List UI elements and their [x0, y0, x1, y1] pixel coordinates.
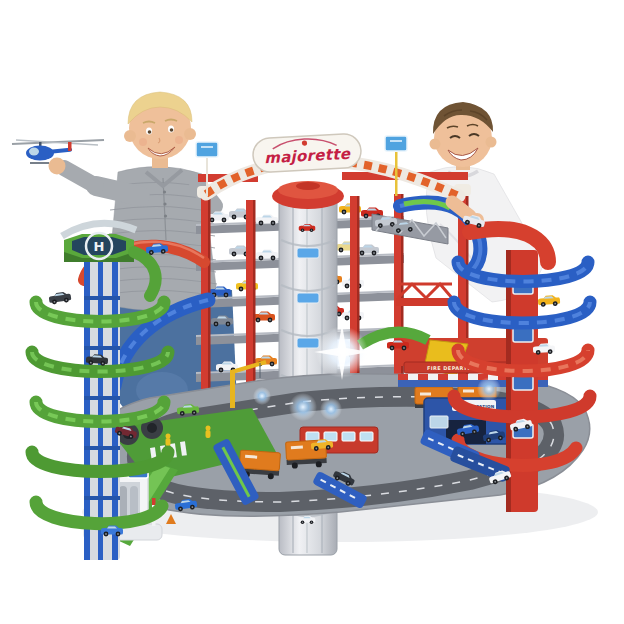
- playset-scene: majorette: [0, 0, 624, 624]
- wash-roller: [119, 486, 127, 520]
- helipad-h-marking: H: [94, 239, 105, 254]
- worker-figure: [206, 426, 211, 439]
- blue-glow: [253, 387, 271, 405]
- blue-glow: [320, 398, 342, 420]
- blue-glow: [289, 393, 317, 421]
- left-boy-hand: [49, 158, 66, 175]
- product-photo: majorette: [0, 0, 624, 624]
- helipad: H: [64, 233, 134, 262]
- blue-glow: [477, 377, 501, 401]
- tower-window: [513, 328, 533, 342]
- elevator-screen: [297, 248, 319, 258]
- worker-figure: [166, 434, 171, 447]
- majorette-badge: majorette: [252, 133, 362, 173]
- tower-window: [513, 376, 533, 390]
